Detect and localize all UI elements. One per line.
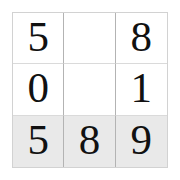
cell-r0-c2: 8 [116, 13, 167, 64]
cell-r0-c1[interactable] [64, 13, 115, 64]
cell-r2-c2: 9 [116, 116, 167, 167]
cell-r0-c0: 5 [13, 13, 64, 64]
cell-r1-c1[interactable] [64, 64, 115, 115]
cell-r1-c2: 1 [116, 64, 167, 115]
puzzle-stage: 5 8 0 1 5 8 9 [0, 0, 180, 180]
cell-r2-c1: 8 [64, 116, 115, 167]
addition-puzzle-board: 5 8 0 1 5 8 9 [12, 12, 168, 168]
cell-r2-c0: 5 [13, 116, 64, 167]
cell-r1-c0: 0 [13, 64, 64, 115]
